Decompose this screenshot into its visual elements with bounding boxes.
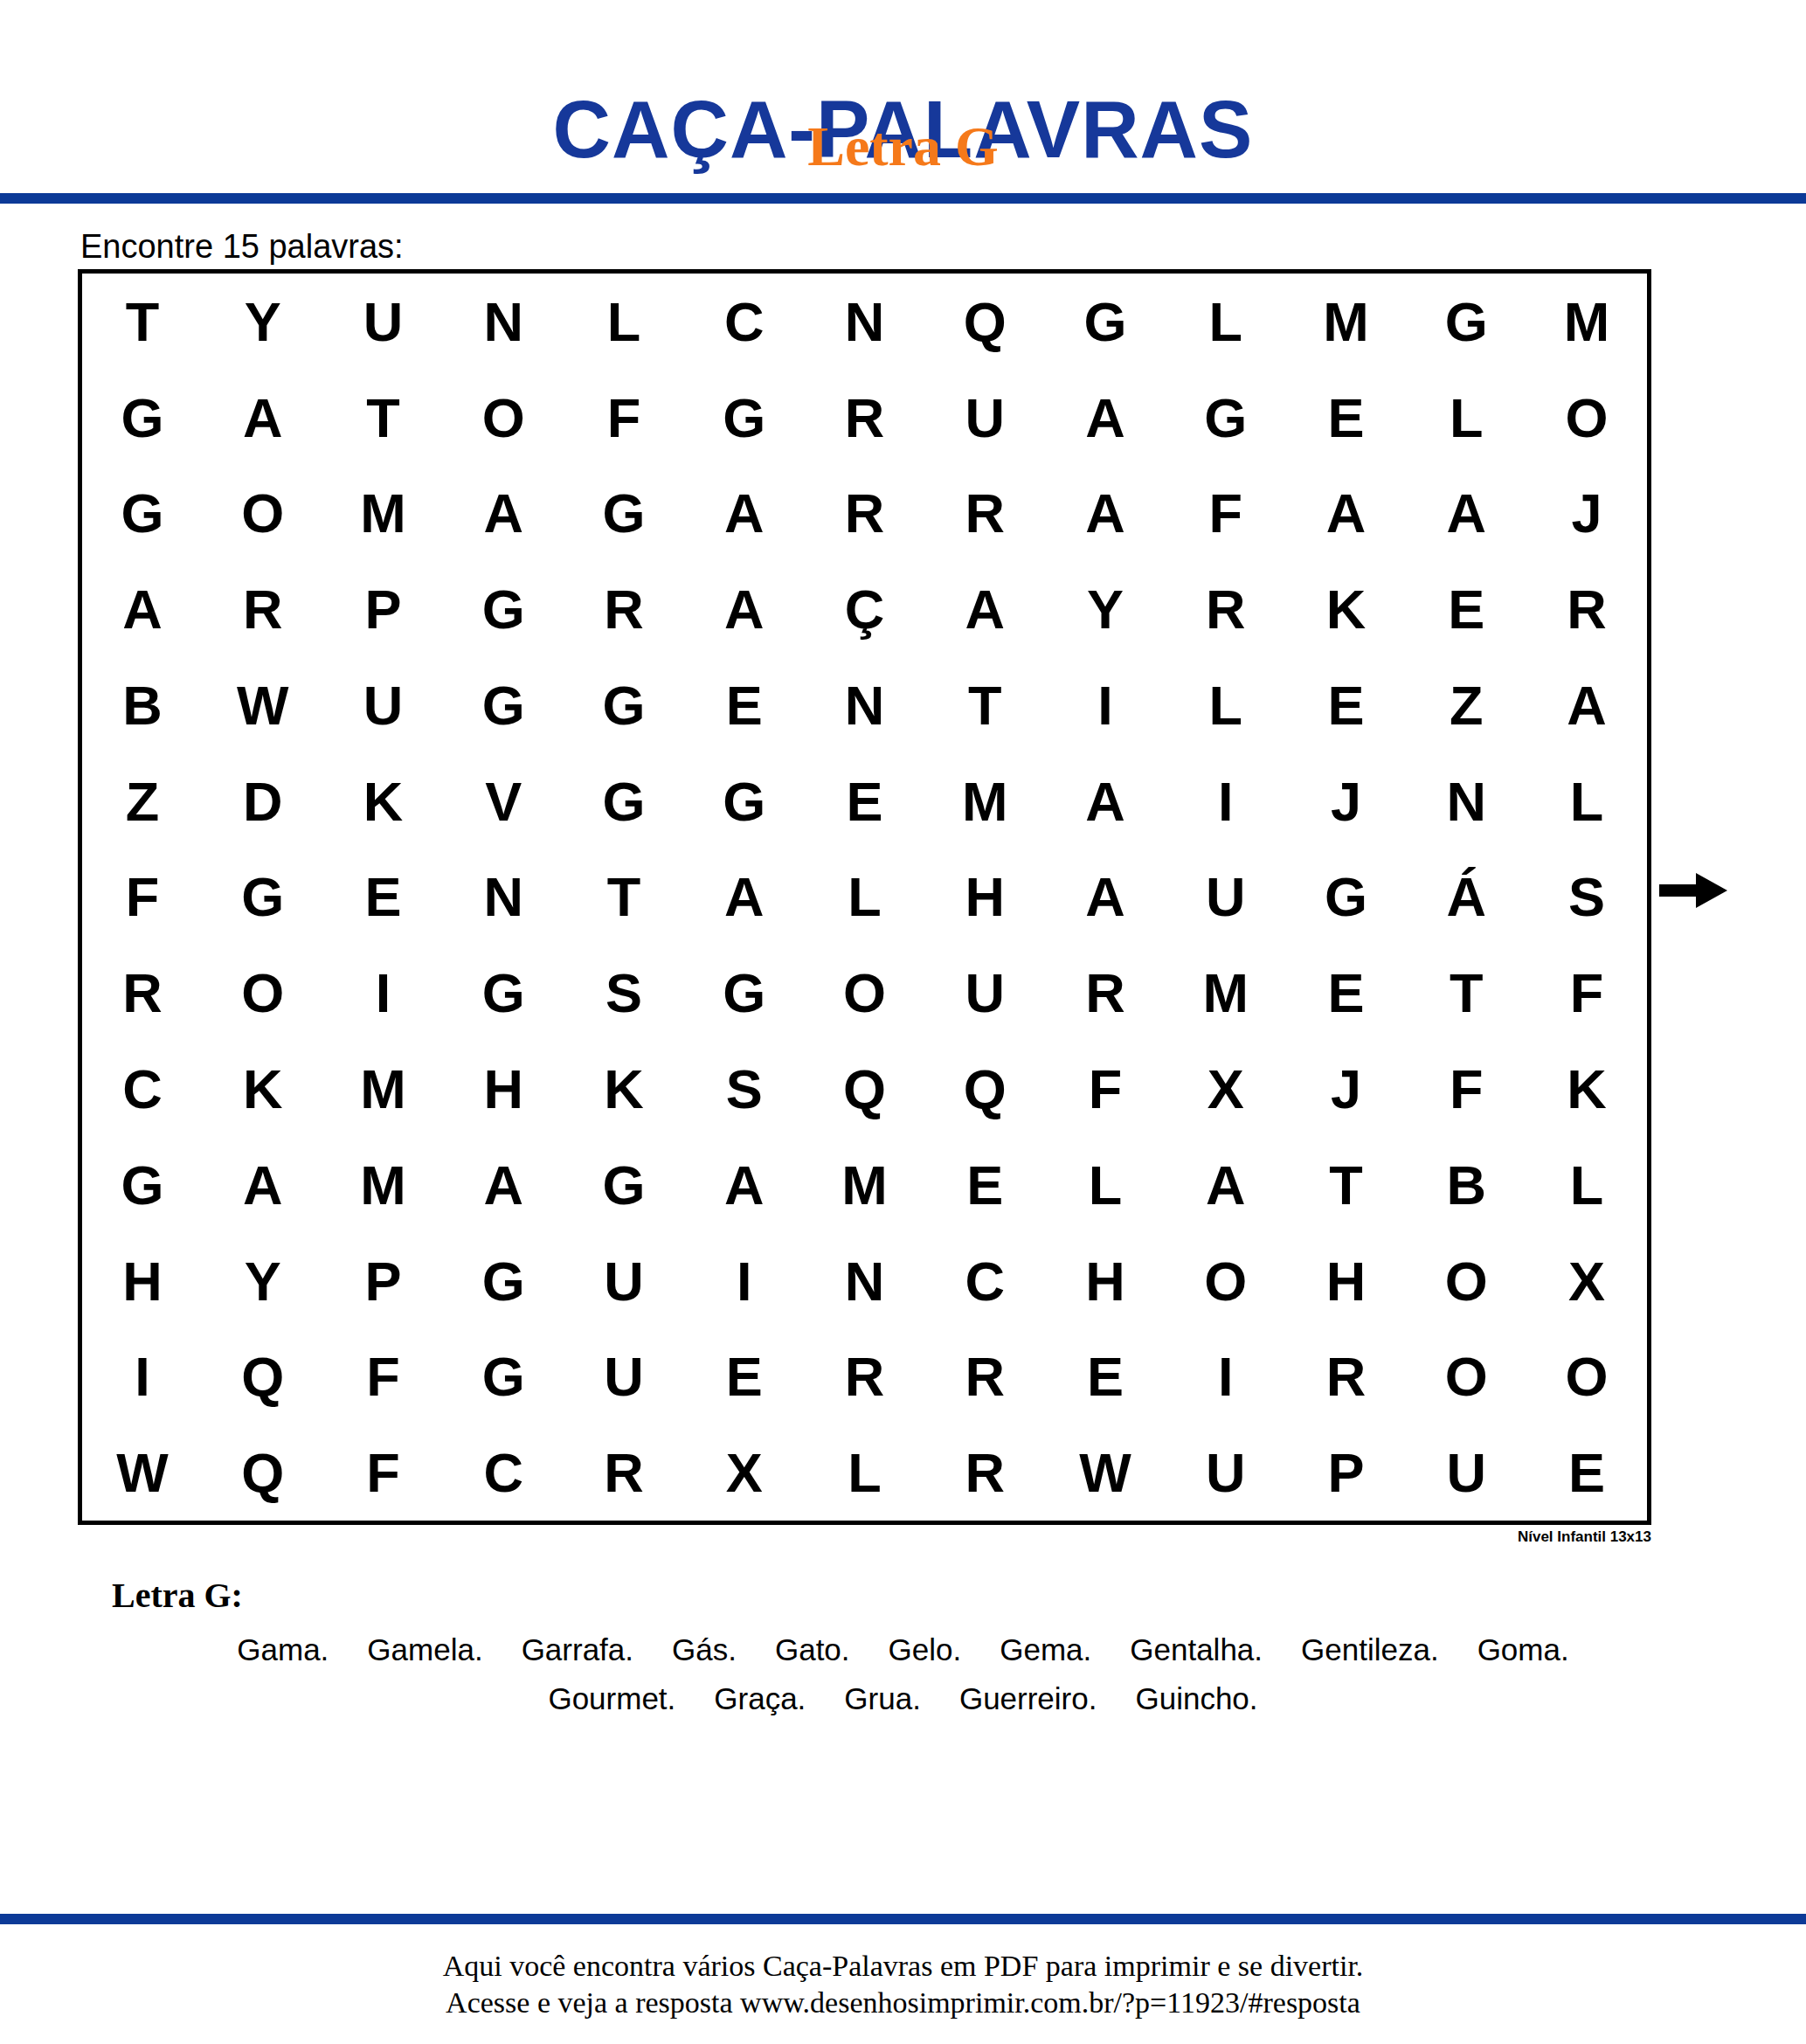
grid-cell-r9c12: F (1406, 1041, 1526, 1137)
grid-cell-r11c12: O (1406, 1233, 1526, 1329)
grid-cell-r6c7: E (805, 753, 925, 849)
grid-cell-r12c2: Q (203, 1328, 323, 1424)
grid-cell-r4c4: G (443, 561, 564, 657)
grid-cell-r10c2: A (203, 1137, 323, 1233)
grid-cell-r3c7: R (805, 466, 925, 562)
page: CAÇA-PALAVRAS Letra G Encontre 15 palavr… (0, 0, 1806, 2044)
grid-cell-r1c5: L (564, 274, 684, 370)
footer-line-2: Acesse e veja a resposta www.desenhosimp… (0, 1988, 1806, 2018)
grid-cell-r8c7: O (805, 945, 925, 1041)
word-item: Gourmet. (548, 1681, 675, 1716)
grid-cell-r2c2: A (203, 370, 323, 466)
grid-cell-r13c11: P (1286, 1424, 1407, 1521)
grid-cell-r2c10: G (1166, 370, 1286, 466)
grid-cell-r9c5: K (564, 1041, 684, 1137)
grid-cell-r3c1: G (82, 466, 203, 562)
right-arrow-icon (1659, 873, 1727, 908)
grid-cell-r12c8: R (924, 1328, 1045, 1424)
grid-cell-r1c10: L (1166, 274, 1286, 370)
grid-cell-r4c2: R (203, 561, 323, 657)
word-item: Goma. (1477, 1632, 1569, 1667)
grid-cell-r8c4: G (443, 945, 564, 1041)
grid-cell-r6c12: N (1406, 753, 1526, 849)
grid-cell-r7c8: H (924, 849, 1045, 946)
grid-cell-r9c8: Q (924, 1041, 1045, 1137)
grid-cell-r5c5: G (564, 657, 684, 753)
grid-cell-r3c9: A (1045, 466, 1166, 562)
grid-cell-r4c12: E (1406, 561, 1526, 657)
grid-cell-r6c3: K (323, 753, 444, 849)
grid-cell-r5c2: W (203, 657, 323, 753)
grid-cell-r13c1: W (82, 1424, 203, 1521)
grid-cell-r3c5: G (564, 466, 684, 562)
grid-cell-r10c12: B (1406, 1137, 1526, 1233)
header-divider (0, 193, 1806, 204)
grid-cell-r8c10: M (1166, 945, 1286, 1041)
grid-cell-r10c9: L (1045, 1137, 1166, 1233)
grid-cell-r10c11: T (1286, 1137, 1407, 1233)
grid-cell-r1c13: M (1526, 274, 1647, 370)
grid-cell-r4c9: Y (1045, 561, 1166, 657)
grid-cell-r2c13: O (1526, 370, 1647, 466)
grid-cell-r5c12: Z (1406, 657, 1526, 753)
grid-cell-r8c13: F (1526, 945, 1647, 1041)
grid-cell-r13c4: C (443, 1424, 564, 1521)
grid-cell-r12c6: E (684, 1328, 805, 1424)
grid-cell-r6c9: A (1045, 753, 1166, 849)
grid-cell-r3c4: A (443, 466, 564, 562)
grid-cell-r1c1: T (82, 274, 203, 370)
grid-cell-r13c2: Q (203, 1424, 323, 1521)
grid-cell-r2c3: T (323, 370, 444, 466)
grid-cell-r10c1: G (82, 1137, 203, 1233)
grid-cell-r9c1: C (82, 1041, 203, 1137)
grid-cell-r2c7: R (805, 370, 925, 466)
grid-cell-r8c5: S (564, 945, 684, 1041)
grid-cell-r2c8: U (924, 370, 1045, 466)
grid-cell-r3c8: R (924, 466, 1045, 562)
grid-cell-r5c8: T (924, 657, 1045, 753)
word-item: Gema. (1000, 1632, 1091, 1667)
grid-cell-r4c8: A (924, 561, 1045, 657)
grid-cell-r8c9: R (1045, 945, 1166, 1041)
grid-cell-r8c12: T (1406, 945, 1526, 1041)
grid-cell-r12c9: E (1045, 1328, 1166, 1424)
grid-cell-r11c5: U (564, 1233, 684, 1329)
grid-cell-r3c2: O (203, 466, 323, 562)
grid-cell-r7c12: Á (1406, 849, 1526, 946)
grid-cell-r11c10: O (1166, 1233, 1286, 1329)
grid-cell-r2c12: L (1406, 370, 1526, 466)
grid-cell-r7c11: G (1286, 849, 1407, 946)
grid-cell-r12c10: I (1166, 1328, 1286, 1424)
grid-cell-r2c9: A (1045, 370, 1166, 466)
grid-cell-r6c10: I (1166, 753, 1286, 849)
word-item: Gato. (775, 1632, 850, 1667)
grid-cell-r6c1: Z (82, 753, 203, 849)
grid-cell-r5c4: G (443, 657, 564, 753)
grid-cell-r8c8: U (924, 945, 1045, 1041)
grid-cell-r5c13: A (1526, 657, 1647, 753)
grid-cell-r9c9: F (1045, 1041, 1166, 1137)
wordlist-heading: Letra G: (112, 1575, 243, 1616)
grid-cell-r10c5: G (564, 1137, 684, 1233)
grid-cell-r9c11: J (1286, 1041, 1407, 1137)
word-item: Grua. (844, 1681, 921, 1716)
grid-cell-r10c4: A (443, 1137, 564, 1233)
grid-cell-r11c11: H (1286, 1233, 1407, 1329)
word-item: Graça. (714, 1681, 806, 1716)
word-item: Gelo. (889, 1632, 962, 1667)
grid-cell-r11c1: H (82, 1233, 203, 1329)
grid-cell-r1c2: Y (203, 274, 323, 370)
grid-cell-r11c7: N (805, 1233, 925, 1329)
grid-cell-r7c2: G (203, 849, 323, 946)
grid-cell-r4c7: Ç (805, 561, 925, 657)
grid-cell-r6c13: L (1526, 753, 1647, 849)
grid-cell-r4c6: A (684, 561, 805, 657)
grid-cell-r1c4: N (443, 274, 564, 370)
grid-cell-r6c8: M (924, 753, 1045, 849)
wordlist-line-1: Gama.Gamela.Garrafa.Gás.Gato.Gelo.Gema.G… (0, 1632, 1806, 1667)
grid-cell-r4c10: R (1166, 561, 1286, 657)
grid-cell-r4c11: K (1286, 561, 1407, 657)
grid-cell-r11c13: X (1526, 1233, 1647, 1329)
grid-cell-r10c7: M (805, 1137, 925, 1233)
grid-cell-r2c1: G (82, 370, 203, 466)
grid-cell-r11c6: I (684, 1233, 805, 1329)
grid-cell-r11c2: Y (203, 1233, 323, 1329)
grid-cell-r6c11: J (1286, 753, 1407, 849)
word-item: Gentalha. (1130, 1632, 1263, 1667)
grid-cell-r6c6: G (684, 753, 805, 849)
word-search-grid: TYUNLCNQGLMGMGATOFGRUAGELOGOMAGARRAFAAJA… (78, 269, 1651, 1525)
grid-cell-r10c6: A (684, 1137, 805, 1233)
grid-cell-r9c13: K (1526, 1041, 1647, 1137)
grid-cell-r7c6: A (684, 849, 805, 946)
grid-cell-r9c4: H (443, 1041, 564, 1137)
grid-cell-r9c10: X (1166, 1041, 1286, 1137)
grid-cell-r9c6: S (684, 1041, 805, 1137)
grid-cell-r11c8: C (924, 1233, 1045, 1329)
grid-cell-r12c4: G (443, 1328, 564, 1424)
word-item: Guerreiro. (959, 1681, 1097, 1716)
grid-cell-r5c9: I (1045, 657, 1166, 753)
grid-cell-r6c4: V (443, 753, 564, 849)
grid-cell-r5c1: B (82, 657, 203, 753)
grid-cell-r4c1: A (82, 561, 203, 657)
word-item: Gamela. (367, 1632, 482, 1667)
grid-cell-r2c6: G (684, 370, 805, 466)
grid-cell-r13c5: R (564, 1424, 684, 1521)
grid-cell-r12c1: I (82, 1328, 203, 1424)
word-item: Garrafa. (522, 1632, 633, 1667)
grid-cell-r1c7: N (805, 274, 925, 370)
grid-cell-r7c5: T (564, 849, 684, 946)
grid-cell-r1c3: U (323, 274, 444, 370)
grid-cell-r13c8: R (924, 1424, 1045, 1521)
grid-cell-r7c7: L (805, 849, 925, 946)
grid-cell-r5c7: N (805, 657, 925, 753)
grid-cell-r2c11: E (1286, 370, 1407, 466)
grid-cell-r4c5: R (564, 561, 684, 657)
grid-cell-r3c10: F (1166, 466, 1286, 562)
grid-cell-r7c4: N (443, 849, 564, 946)
grid-cell-r13c13: E (1526, 1424, 1647, 1521)
grid-cell-r5c3: U (323, 657, 444, 753)
grid-cell-r10c3: M (323, 1137, 444, 1233)
grid-cell-r7c3: E (323, 849, 444, 946)
grid-cell-r13c10: U (1166, 1424, 1286, 1521)
grid-cell-r5c11: E (1286, 657, 1407, 753)
grid-cell-r2c5: F (564, 370, 684, 466)
grid-cell-r8c1: R (82, 945, 203, 1041)
word-item: Gentileza. (1301, 1632, 1439, 1667)
grid-cell-r6c5: G (564, 753, 684, 849)
grid-cell-r12c12: O (1406, 1328, 1526, 1424)
grid-cell-r1c12: G (1406, 274, 1526, 370)
grid-cell-r3c13: J (1526, 466, 1647, 562)
wordlist-line-2: Gourmet.Graça.Grua.Guerreiro.Guincho. (0, 1681, 1806, 1716)
grid-cell-r13c12: U (1406, 1424, 1526, 1521)
grid-cell-r12c13: O (1526, 1328, 1647, 1424)
grid-cell-r3c11: A (1286, 466, 1407, 562)
instructions-label: Encontre 15 palavras: (80, 229, 404, 266)
grid-cell-r13c7: L (805, 1424, 925, 1521)
word-item: Guincho. (1135, 1681, 1257, 1716)
grid-cell-r10c8: E (924, 1137, 1045, 1233)
grid-cell-r13c6: X (684, 1424, 805, 1521)
grid-cell-r9c2: K (203, 1041, 323, 1137)
grid-cell-r8c3: I (323, 945, 444, 1041)
grid-cell-r12c7: R (805, 1328, 925, 1424)
grid-cell-r11c4: G (443, 1233, 564, 1329)
grid-cell-r5c6: E (684, 657, 805, 753)
grid-cell-r2c4: O (443, 370, 564, 466)
grid-cell-r13c9: W (1045, 1424, 1166, 1521)
grid-cell-r12c11: R (1286, 1328, 1407, 1424)
footer-divider (0, 1914, 1806, 1924)
arrow-shaft (1659, 884, 1701, 897)
grid-cell-r5c10: L (1166, 657, 1286, 753)
grid-cell-r3c12: A (1406, 466, 1526, 562)
footer-line-1: Aqui você encontra vários Caça-Palavras … (0, 1951, 1806, 1981)
grid-cell-r7c10: U (1166, 849, 1286, 946)
grid-cell-r4c3: P (323, 561, 444, 657)
grid-cell-r10c13: L (1526, 1137, 1647, 1233)
level-label: Nível Infantil 13x13 (78, 1528, 1651, 1546)
grid-cell-r12c3: F (323, 1328, 444, 1424)
arrow-head (1696, 873, 1727, 908)
grid-cell-r9c7: Q (805, 1041, 925, 1137)
grid-cell-r6c2: D (203, 753, 323, 849)
grid-cell-r1c9: G (1045, 274, 1166, 370)
grid-cell-r8c2: O (203, 945, 323, 1041)
grid-cell-r11c3: P (323, 1233, 444, 1329)
grid-cell-r3c6: A (684, 466, 805, 562)
grid-cell-r1c6: C (684, 274, 805, 370)
grid-cell-r1c11: M (1286, 274, 1407, 370)
grid-cell-r4c13: R (1526, 561, 1647, 657)
word-item: Gás. (672, 1632, 737, 1667)
grid-cell-r8c11: E (1286, 945, 1407, 1041)
page-subtitle: Letra G (0, 119, 1806, 175)
word-item: Gama. (237, 1632, 329, 1667)
grid-cell-r7c9: A (1045, 849, 1166, 946)
grid-cell-r3c3: M (323, 466, 444, 562)
grid-cell-r13c3: F (323, 1424, 444, 1521)
grid-cell-r10c10: A (1166, 1137, 1286, 1233)
grid-cell-r9c3: M (323, 1041, 444, 1137)
grid-cell-r1c8: Q (924, 274, 1045, 370)
grid-cell-r11c9: H (1045, 1233, 1166, 1329)
grid-cell-r7c13: S (1526, 849, 1647, 946)
grid-cell-r7c1: F (82, 849, 203, 946)
grid-cell-r12c5: U (564, 1328, 684, 1424)
grid-cell-r8c6: G (684, 945, 805, 1041)
